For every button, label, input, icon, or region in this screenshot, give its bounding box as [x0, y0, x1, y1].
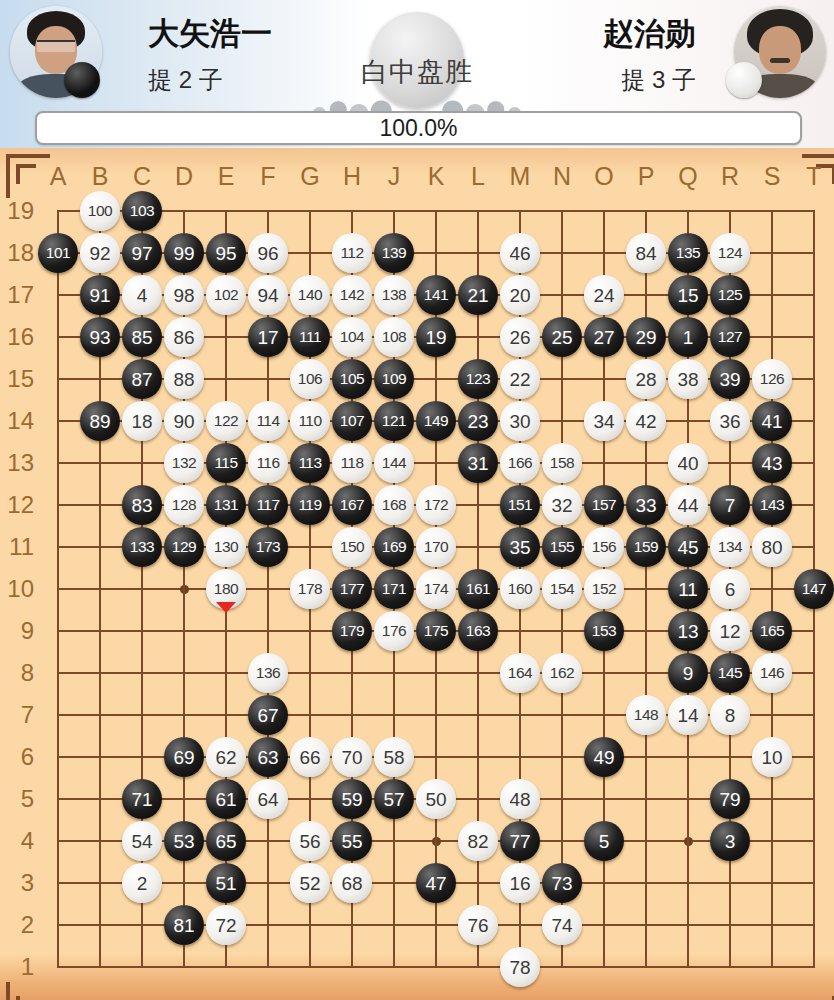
board-intersection[interactable] [793, 442, 834, 484]
stone-black[interactable]: 77 [500, 821, 540, 861]
board-intersection[interactable] [667, 904, 709, 946]
board-intersection[interactable] [625, 610, 667, 652]
board-intersection[interactable]: 167 [331, 484, 373, 526]
stone-white[interactable]: 136 [248, 653, 288, 693]
stone-white[interactable]: 44 [668, 485, 708, 525]
board-intersection[interactable]: 103 [121, 190, 163, 232]
stone-black[interactable]: 55 [332, 821, 372, 861]
board-intersection[interactable]: 121 [373, 400, 415, 442]
stone-white[interactable]: 112 [332, 233, 372, 273]
stone-white[interactable]: 46 [500, 233, 540, 273]
board-intersection[interactable] [37, 442, 79, 484]
board-intersection[interactable]: 105 [331, 358, 373, 400]
stone-white[interactable]: 6 [710, 569, 750, 609]
stone-white[interactable]: 106 [290, 359, 330, 399]
board-intersection[interactable] [247, 610, 289, 652]
stone-black[interactable]: 167 [332, 485, 372, 525]
stone-black[interactable]: 97 [122, 233, 162, 273]
stone-black[interactable]: 51 [206, 863, 246, 903]
board-intersection[interactable] [457, 778, 499, 820]
board-intersection[interactable] [541, 736, 583, 778]
stone-black[interactable]: 179 [332, 611, 372, 651]
board-intersection[interactable]: 59 [331, 778, 373, 820]
board-intersection[interactable] [541, 694, 583, 736]
board-intersection[interactable] [37, 358, 79, 400]
board-intersection[interactable] [709, 736, 751, 778]
stone-black[interactable]: 147 [794, 569, 834, 609]
board-intersection[interactable] [37, 400, 79, 442]
stone-black[interactable]: 151 [500, 485, 540, 525]
board-intersection[interactable]: 29 [625, 316, 667, 358]
board-intersection[interactable] [163, 694, 205, 736]
board-intersection[interactable]: 57 [373, 778, 415, 820]
stone-white[interactable]: 116 [248, 443, 288, 483]
board-intersection[interactable] [625, 904, 667, 946]
stone-white[interactable]: 28 [626, 359, 666, 399]
board-intersection[interactable]: 73 [541, 862, 583, 904]
stone-white[interactable]: 92 [80, 233, 120, 273]
board-intersection[interactable] [499, 694, 541, 736]
board-intersection[interactable] [163, 652, 205, 694]
board-intersection[interactable]: 84 [625, 232, 667, 274]
board-intersection[interactable] [457, 736, 499, 778]
board-intersection[interactable]: 66 [289, 736, 331, 778]
board-intersection[interactable]: 139 [373, 232, 415, 274]
board-intersection[interactable]: 155 [541, 526, 583, 568]
board-intersection[interactable]: 144 [373, 442, 415, 484]
board-intersection[interactable]: 115 [205, 442, 247, 484]
stone-white[interactable]: 2 [122, 863, 162, 903]
board-intersection[interactable] [793, 232, 834, 274]
board-intersection[interactable]: 142 [331, 274, 373, 316]
board-intersection[interactable] [583, 232, 625, 274]
board-intersection[interactable]: 117 [247, 484, 289, 526]
board-intersection[interactable] [667, 946, 709, 988]
board-intersection[interactable] [289, 904, 331, 946]
stone-white[interactable]: 122 [206, 401, 246, 441]
stone-black[interactable]: 99 [164, 233, 204, 273]
board-intersection[interactable]: 162 [541, 652, 583, 694]
board-intersection[interactable] [37, 904, 79, 946]
board-intersection[interactable] [121, 904, 163, 946]
board-intersection[interactable] [793, 190, 834, 232]
stone-white[interactable]: 48 [500, 779, 540, 819]
stone-white[interactable]: 138 [374, 275, 414, 315]
board-intersection[interactable]: 34 [583, 400, 625, 442]
board-intersection[interactable] [79, 694, 121, 736]
board-intersection[interactable]: 24 [583, 274, 625, 316]
stone-black[interactable]: 25 [542, 317, 582, 357]
stone-white[interactable]: 124 [710, 233, 750, 273]
board-intersection[interactable]: 90 [163, 400, 205, 442]
board-intersection[interactable]: 49 [583, 736, 625, 778]
board-intersection[interactable] [79, 736, 121, 778]
board-intersection[interactable] [79, 778, 121, 820]
stone-white[interactable]: 98 [164, 275, 204, 315]
board-intersection[interactable] [79, 526, 121, 568]
board-intersection[interactable] [121, 694, 163, 736]
board-intersection[interactable] [373, 862, 415, 904]
board-intersection[interactable]: 21 [457, 274, 499, 316]
board-intersection[interactable]: 9 [667, 652, 709, 694]
stone-black[interactable]: 105 [332, 359, 372, 399]
board-intersection[interactable]: 44 [667, 484, 709, 526]
stone-white[interactable]: 82 [458, 821, 498, 861]
board-intersection[interactable]: 61 [205, 778, 247, 820]
stone-white[interactable]: 174 [416, 569, 456, 609]
board-intersection[interactable] [793, 904, 834, 946]
stone-black[interactable]: 13 [668, 611, 708, 651]
board-intersection[interactable] [79, 862, 121, 904]
board-intersection[interactable] [583, 946, 625, 988]
board-intersection[interactable] [499, 190, 541, 232]
board-intersection[interactable]: 128 [163, 484, 205, 526]
stone-white[interactable]: 130 [206, 527, 246, 567]
board-intersection[interactable]: 82 [457, 820, 499, 862]
board-intersection[interactable] [457, 946, 499, 988]
board-intersection[interactable] [583, 694, 625, 736]
stone-black[interactable]: 15 [668, 275, 708, 315]
board-intersection[interactable]: 173 [247, 526, 289, 568]
board-intersection[interactable] [751, 274, 793, 316]
board-intersection[interactable] [793, 694, 834, 736]
stone-black[interactable]: 31 [458, 443, 498, 483]
board-intersection[interactable] [37, 820, 79, 862]
board-intersection[interactable]: 134 [709, 526, 751, 568]
board-intersection[interactable] [205, 652, 247, 694]
board-intersection[interactable] [37, 568, 79, 610]
board-intersection[interactable]: 1 [667, 316, 709, 358]
board-intersection[interactable]: 151 [499, 484, 541, 526]
board-intersection[interactable] [163, 946, 205, 988]
board-intersection[interactable]: 131 [205, 484, 247, 526]
stone-black[interactable]: 21 [458, 275, 498, 315]
board-intersection[interactable]: 102 [205, 274, 247, 316]
board-intersection[interactable] [751, 316, 793, 358]
board-intersection[interactable]: 100 [79, 190, 121, 232]
stone-white[interactable]: 70 [332, 737, 372, 777]
board-intersection[interactable]: 159 [625, 526, 667, 568]
board-intersection[interactable] [751, 946, 793, 988]
stone-white[interactable]: 12 [710, 611, 750, 651]
board-intersection[interactable]: 111 [289, 316, 331, 358]
board-intersection[interactable]: 140 [289, 274, 331, 316]
stone-black[interactable]: 153 [584, 611, 624, 651]
stone-black[interactable]: 155 [542, 527, 582, 567]
board-intersection[interactable] [163, 190, 205, 232]
stone-black[interactable]: 139 [374, 233, 414, 273]
stone-white[interactable]: 172 [416, 485, 456, 525]
board-intersection[interactable] [583, 442, 625, 484]
board-intersection[interactable] [541, 610, 583, 652]
board-intersection[interactable]: 33 [625, 484, 667, 526]
stone-white[interactable]: 168 [374, 485, 414, 525]
board-intersection[interactable] [121, 610, 163, 652]
stone-black[interactable]: 85 [122, 317, 162, 357]
board-intersection[interactable] [625, 568, 667, 610]
stone-black[interactable]: 171 [374, 569, 414, 609]
board-intersection[interactable]: 138 [373, 274, 415, 316]
stone-white[interactable]: 14 [668, 695, 708, 735]
board-intersection[interactable]: 41 [751, 400, 793, 442]
board-intersection[interactable] [457, 484, 499, 526]
stone-white[interactable]: 74 [542, 905, 582, 945]
board-intersection[interactable] [247, 820, 289, 862]
board-intersection[interactable]: 40 [667, 442, 709, 484]
board-intersection[interactable] [205, 190, 247, 232]
stone-white[interactable]: 140 [290, 275, 330, 315]
stone-black[interactable]: 63 [248, 737, 288, 777]
stone-white[interactable]: 52 [290, 863, 330, 903]
stone-black[interactable]: 117 [248, 485, 288, 525]
board-intersection[interactable] [793, 484, 834, 526]
stone-white[interactable]: 64 [248, 779, 288, 819]
board-intersection[interactable] [751, 862, 793, 904]
board-intersection[interactable] [37, 316, 79, 358]
board-intersection[interactable]: 13 [667, 610, 709, 652]
stone-black[interactable]: 87 [122, 359, 162, 399]
stone-white[interactable]: 80 [752, 527, 792, 567]
board-intersection[interactable] [583, 652, 625, 694]
board-intersection[interactable] [793, 526, 834, 568]
stone-black[interactable]: 133 [122, 527, 162, 567]
board-intersection[interactable]: 71 [121, 778, 163, 820]
board-intersection[interactable] [499, 904, 541, 946]
board-intersection[interactable]: 133 [121, 526, 163, 568]
board-intersection[interactable]: 160 [499, 568, 541, 610]
stone-black[interactable]: 129 [164, 527, 204, 567]
board-intersection[interactable] [583, 904, 625, 946]
stone-black[interactable]: 103 [122, 191, 162, 231]
board-intersection[interactable] [793, 652, 834, 694]
board-intersection[interactable]: 58 [373, 736, 415, 778]
board-intersection[interactable]: 70 [331, 736, 373, 778]
board-intersection[interactable] [793, 820, 834, 862]
stone-black[interactable]: 39 [710, 359, 750, 399]
board-intersection[interactable] [37, 484, 79, 526]
board-intersection[interactable]: 62 [205, 736, 247, 778]
board-intersection[interactable]: 85 [121, 316, 163, 358]
board-intersection[interactable]: 178 [289, 568, 331, 610]
board-intersection[interactable]: 31 [457, 442, 499, 484]
board-intersection[interactable]: 99 [163, 232, 205, 274]
board-intersection[interactable] [79, 820, 121, 862]
board-intersection[interactable]: 47 [415, 862, 457, 904]
board-intersection[interactable] [247, 904, 289, 946]
stone-black[interactable]: 7 [710, 485, 750, 525]
stone-black[interactable]: 115 [206, 443, 246, 483]
board-intersection[interactable]: 166 [499, 442, 541, 484]
board-intersection[interactable] [625, 442, 667, 484]
board-intersection[interactable]: 3 [709, 820, 751, 862]
stone-white[interactable]: 164 [500, 653, 540, 693]
stone-black[interactable]: 49 [584, 737, 624, 777]
board-intersection[interactable]: 147 [793, 568, 834, 610]
board-intersection[interactable]: 168 [373, 484, 415, 526]
board-intersection[interactable]: 171 [373, 568, 415, 610]
board-intersection[interactable]: 130 [205, 526, 247, 568]
board-intersection[interactable] [709, 190, 751, 232]
board-intersection[interactable] [625, 946, 667, 988]
board-intersection[interactable]: 12 [709, 610, 751, 652]
board-intersection[interactable] [415, 904, 457, 946]
stone-white[interactable]: 68 [332, 863, 372, 903]
stone-black[interactable]: 45 [668, 527, 708, 567]
stone-black[interactable]: 101 [38, 233, 78, 273]
board-intersection[interactable]: 53 [163, 820, 205, 862]
board-intersection[interactable]: 22 [499, 358, 541, 400]
board-intersection[interactable] [457, 694, 499, 736]
board-intersection[interactable] [583, 358, 625, 400]
stone-white[interactable]: 150 [332, 527, 372, 567]
board-intersection[interactable] [289, 652, 331, 694]
stone-white[interactable]: 76 [458, 905, 498, 945]
stone-white[interactable]: 22 [500, 359, 540, 399]
board-intersection[interactable] [625, 862, 667, 904]
board-intersection[interactable] [289, 694, 331, 736]
board-intersection[interactable] [247, 190, 289, 232]
board-intersection[interactable] [457, 232, 499, 274]
board-intersection[interactable]: 107 [331, 400, 373, 442]
board-intersection[interactable]: 150 [331, 526, 373, 568]
board-intersection[interactable] [499, 610, 541, 652]
stone-black[interactable]: 141 [416, 275, 456, 315]
stone-white[interactable]: 132 [164, 443, 204, 483]
board-intersection[interactable] [751, 820, 793, 862]
board-intersection[interactable] [37, 862, 79, 904]
stone-black[interactable]: 33 [626, 485, 666, 525]
board-intersection[interactable] [121, 736, 163, 778]
stone-white[interactable]: 146 [752, 653, 792, 693]
board-intersection[interactable]: 14 [667, 694, 709, 736]
board-intersection[interactable] [121, 946, 163, 988]
board-intersection[interactable] [79, 904, 121, 946]
board-intersection[interactable]: 148 [625, 694, 667, 736]
board-intersection[interactable]: 42 [625, 400, 667, 442]
stone-white[interactable]: 160 [500, 569, 540, 609]
stone-white[interactable]: 20 [500, 275, 540, 315]
board-intersection[interactable]: 95 [205, 232, 247, 274]
board-intersection[interactable] [373, 946, 415, 988]
board-intersection[interactable] [625, 736, 667, 778]
board-intersection[interactable]: 72 [205, 904, 247, 946]
board-intersection[interactable] [331, 652, 373, 694]
board-intersection[interactable] [667, 736, 709, 778]
board-intersection[interactable]: 126 [751, 358, 793, 400]
board-intersection[interactable]: 104 [331, 316, 373, 358]
board-intersection[interactable]: 64 [247, 778, 289, 820]
board-intersection[interactable]: 69 [163, 736, 205, 778]
stone-black[interactable]: 93 [80, 317, 120, 357]
board-intersection[interactable]: 46 [499, 232, 541, 274]
stone-black[interactable]: 109 [374, 359, 414, 399]
board-intersection[interactable]: 83 [121, 484, 163, 526]
board-intersection[interactable] [667, 820, 709, 862]
board-intersection[interactable] [121, 442, 163, 484]
board-intersection[interactable] [667, 778, 709, 820]
board-intersection[interactable] [541, 274, 583, 316]
board-intersection[interactable] [751, 778, 793, 820]
board-intersection[interactable] [625, 190, 667, 232]
board-intersection[interactable] [793, 736, 834, 778]
board-intersection[interactable] [205, 358, 247, 400]
board-intersection[interactable] [37, 694, 79, 736]
board-intersection[interactable] [37, 652, 79, 694]
board-intersection[interactable] [751, 190, 793, 232]
board-intersection[interactable]: 54 [121, 820, 163, 862]
board-intersection[interactable]: 116 [247, 442, 289, 484]
board-intersection[interactable] [583, 778, 625, 820]
board-intersection[interactable] [709, 904, 751, 946]
stone-black[interactable]: 19 [416, 317, 456, 357]
stone-white[interactable]: 126 [752, 359, 792, 399]
stone-white[interactable]: 178 [290, 569, 330, 609]
board-intersection[interactable] [205, 694, 247, 736]
board-intersection[interactable]: 18 [121, 400, 163, 442]
stone-white[interactable]: 96 [248, 233, 288, 273]
board-intersection[interactable]: 122 [205, 400, 247, 442]
board-intersection[interactable]: 6 [709, 568, 751, 610]
board-intersection[interactable] [457, 190, 499, 232]
board-intersection[interactable] [457, 652, 499, 694]
board-intersection[interactable] [709, 442, 751, 484]
stone-black[interactable]: 169 [374, 527, 414, 567]
board-intersection[interactable] [163, 568, 205, 610]
board-intersection[interactable]: 2 [121, 862, 163, 904]
board-intersection[interactable] [793, 400, 834, 442]
stone-white[interactable]: 72 [206, 905, 246, 945]
board-intersection[interactable]: 110 [289, 400, 331, 442]
board-intersection[interactable] [79, 610, 121, 652]
board-intersection[interactable] [667, 862, 709, 904]
stone-white[interactable]: 180 [206, 569, 246, 609]
stone-black[interactable]: 175 [416, 611, 456, 651]
stone-white[interactable]: 148 [626, 695, 666, 735]
board-intersection[interactable] [205, 610, 247, 652]
stone-white[interactable]: 54 [122, 821, 162, 861]
board-intersection[interactable]: 78 [499, 946, 541, 988]
board-intersection[interactable] [793, 274, 834, 316]
board-intersection[interactable]: 7 [709, 484, 751, 526]
board-intersection[interactable] [205, 946, 247, 988]
board-intersection[interactable] [415, 820, 457, 862]
board-intersection[interactable]: 161 [457, 568, 499, 610]
stone-white[interactable]: 166 [500, 443, 540, 483]
board-intersection[interactable] [541, 400, 583, 442]
board-intersection[interactable]: 93 [79, 316, 121, 358]
board-intersection[interactable] [289, 526, 331, 568]
stone-white[interactable]: 104 [332, 317, 372, 357]
board-intersection[interactable] [457, 316, 499, 358]
stone-white[interactable]: 86 [164, 317, 204, 357]
board-intersection[interactable]: 28 [625, 358, 667, 400]
stone-black[interactable]: 159 [626, 527, 666, 567]
board-intersection[interactable]: 109 [373, 358, 415, 400]
stone-black[interactable]: 11 [668, 569, 708, 609]
stone-black[interactable]: 53 [164, 821, 204, 861]
stone-white[interactable]: 100 [80, 191, 120, 231]
board-intersection[interactable]: 45 [667, 526, 709, 568]
board-intersection[interactable]: 114 [247, 400, 289, 442]
board-intersection[interactable] [541, 778, 583, 820]
board-intersection[interactable]: 179 [331, 610, 373, 652]
stone-black[interactable]: 65 [206, 821, 246, 861]
board-intersection[interactable] [373, 694, 415, 736]
stone-black[interactable]: 149 [416, 401, 456, 441]
board-intersection[interactable]: 149 [415, 400, 457, 442]
board-intersection[interactable] [37, 946, 79, 988]
board-intersection[interactable] [583, 190, 625, 232]
